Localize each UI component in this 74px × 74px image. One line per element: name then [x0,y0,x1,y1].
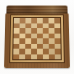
chess-board [4,5,70,70]
board-inner-border [9,14,65,63]
board-frame [4,13,70,68]
chess-board-grid [12,17,62,60]
board-rear-edge [6,5,67,13]
board-square[interactable] [55,54,61,59]
photo-background [0,0,74,74]
